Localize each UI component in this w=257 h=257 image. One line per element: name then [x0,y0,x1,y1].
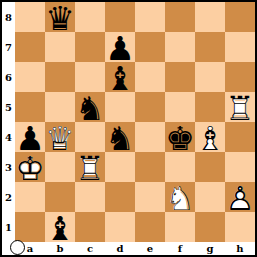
square-h8[interactable] [225,2,255,32]
file-label-g: g [195,242,225,255]
file-label-h: h [225,242,255,255]
black-knight-icon: ♞ [75,93,105,123]
square-b3[interactable] [45,152,75,182]
piece-black-king-f4[interactable]: ♚ [165,122,195,152]
square-c7[interactable] [75,32,105,62]
square-c2[interactable] [75,182,105,212]
file-label-e: e [135,242,165,255]
white-rook-outline-icon: ♖ [225,93,255,123]
piece-white-king-a3[interactable]: ♚♔ [15,152,45,182]
black-bishop-icon: ♝ [105,63,135,93]
square-b2[interactable] [45,182,75,212]
white-knight-icon: ♞ [165,183,195,213]
piece-black-pawn-d7[interactable]: ♟ [105,32,135,62]
square-e1[interactable] [135,212,165,242]
square-f6[interactable] [165,62,195,92]
white-pawn-outline-icon: ♙ [225,183,255,213]
rank-label-2: 2 [2,182,15,212]
white-bishop-icon: ♝ [195,123,225,153]
rank-label-4: 4 [2,122,15,152]
square-d3[interactable] [105,152,135,182]
square-d1[interactable] [105,212,135,242]
piece-white-pawn-h2[interactable]: ♟♙ [225,182,255,212]
square-g7[interactable] [195,32,225,62]
rank-label-8: 8 [2,2,15,32]
square-h7[interactable] [225,32,255,62]
white-rook-outline-icon: ♖ [75,153,105,183]
white-rook-icon: ♜ [75,153,105,183]
black-bishop-icon: ♝ [45,213,75,243]
white-rook-icon: ♜ [225,93,255,123]
rank-label-3: 3 [2,152,15,182]
chess-diagram: ♛♟♝♞♜♖♟♛♕♞♚♝♗♚♔♜♖♞♘♟♙♝ 87654321 abcdefgh [0,0,257,257]
white-queen-outline-icon: ♕ [45,123,75,153]
square-a1[interactable] [15,212,45,242]
black-knight-icon: ♞ [105,123,135,153]
piece-white-rook-h5[interactable]: ♜♖ [225,92,255,122]
file-label-f: f [165,242,195,255]
white-bishop-outline-icon: ♗ [195,123,225,153]
square-h1[interactable] [225,212,255,242]
rank-label-5: 5 [2,92,15,122]
square-a2[interactable] [15,182,45,212]
square-h4[interactable] [225,122,255,152]
piece-white-bishop-g4[interactable]: ♝♗ [195,122,225,152]
black-queen-icon: ♛ [45,3,75,33]
piece-black-bishop-b1[interactable]: ♝ [45,212,75,242]
black-king-icon: ♚ [165,123,195,153]
square-b5[interactable] [45,92,75,122]
rank-label-6: 6 [2,62,15,92]
white-knight-outline-icon: ♘ [165,183,195,213]
square-f3[interactable] [165,152,195,182]
square-g2[interactable] [195,182,225,212]
white-king-outline-icon: ♔ [15,153,45,183]
white-king-icon: ♚ [15,153,45,183]
square-g3[interactable] [195,152,225,182]
side-to-move-indicator [10,240,25,255]
rank-label-7: 7 [2,32,15,62]
square-g8[interactable] [195,2,225,32]
square-f1[interactable] [165,212,195,242]
file-label-b: b [45,242,75,255]
piece-black-bishop-d6[interactable]: ♝ [105,62,135,92]
square-a5[interactable] [15,92,45,122]
square-g6[interactable] [195,62,225,92]
square-c4[interactable] [75,122,105,152]
square-h6[interactable] [225,62,255,92]
black-pawn-icon: ♟ [15,123,45,153]
square-e8[interactable] [135,2,165,32]
square-g1[interactable] [195,212,225,242]
file-label-c: c [75,242,105,255]
square-f5[interactable] [165,92,195,122]
square-g5[interactable] [195,92,225,122]
piece-black-pawn-a4[interactable]: ♟ [15,122,45,152]
square-e6[interactable] [135,62,165,92]
white-pawn-icon: ♟ [225,183,255,213]
square-d8[interactable] [105,2,135,32]
square-h3[interactable] [225,152,255,182]
piece-black-knight-d4[interactable]: ♞ [105,122,135,152]
square-b6[interactable] [45,62,75,92]
square-b7[interactable] [45,32,75,62]
white-queen-icon: ♛ [45,123,75,153]
piece-white-rook-c3[interactable]: ♜♖ [75,152,105,182]
square-e3[interactable] [135,152,165,182]
square-e5[interactable] [135,92,165,122]
square-a7[interactable] [15,32,45,62]
piece-black-queen-b8[interactable]: ♛ [45,2,75,32]
square-a8[interactable] [15,2,45,32]
square-c8[interactable] [75,2,105,32]
piece-white-queen-b4[interactable]: ♛♕ [45,122,75,152]
square-e2[interactable] [135,182,165,212]
square-f8[interactable] [165,2,195,32]
file-label-d: d [105,242,135,255]
square-d2[interactable] [105,182,135,212]
square-e7[interactable] [135,32,165,62]
square-d5[interactable] [105,92,135,122]
square-f7[interactable] [165,32,195,62]
square-c6[interactable] [75,62,105,92]
black-pawn-icon: ♟ [105,33,135,63]
square-a6[interactable] [15,62,45,92]
square-e4[interactable] [135,122,165,152]
piece-black-knight-c5[interactable]: ♞ [75,92,105,122]
square-c1[interactable] [75,212,105,242]
rank-label-1: 1 [2,212,15,242]
chess-board: ♛♟♝♞♜♖♟♛♕♞♚♝♗♚♔♜♖♞♘♟♙♝ [15,2,255,242]
piece-white-knight-f2[interactable]: ♞♘ [165,182,195,212]
